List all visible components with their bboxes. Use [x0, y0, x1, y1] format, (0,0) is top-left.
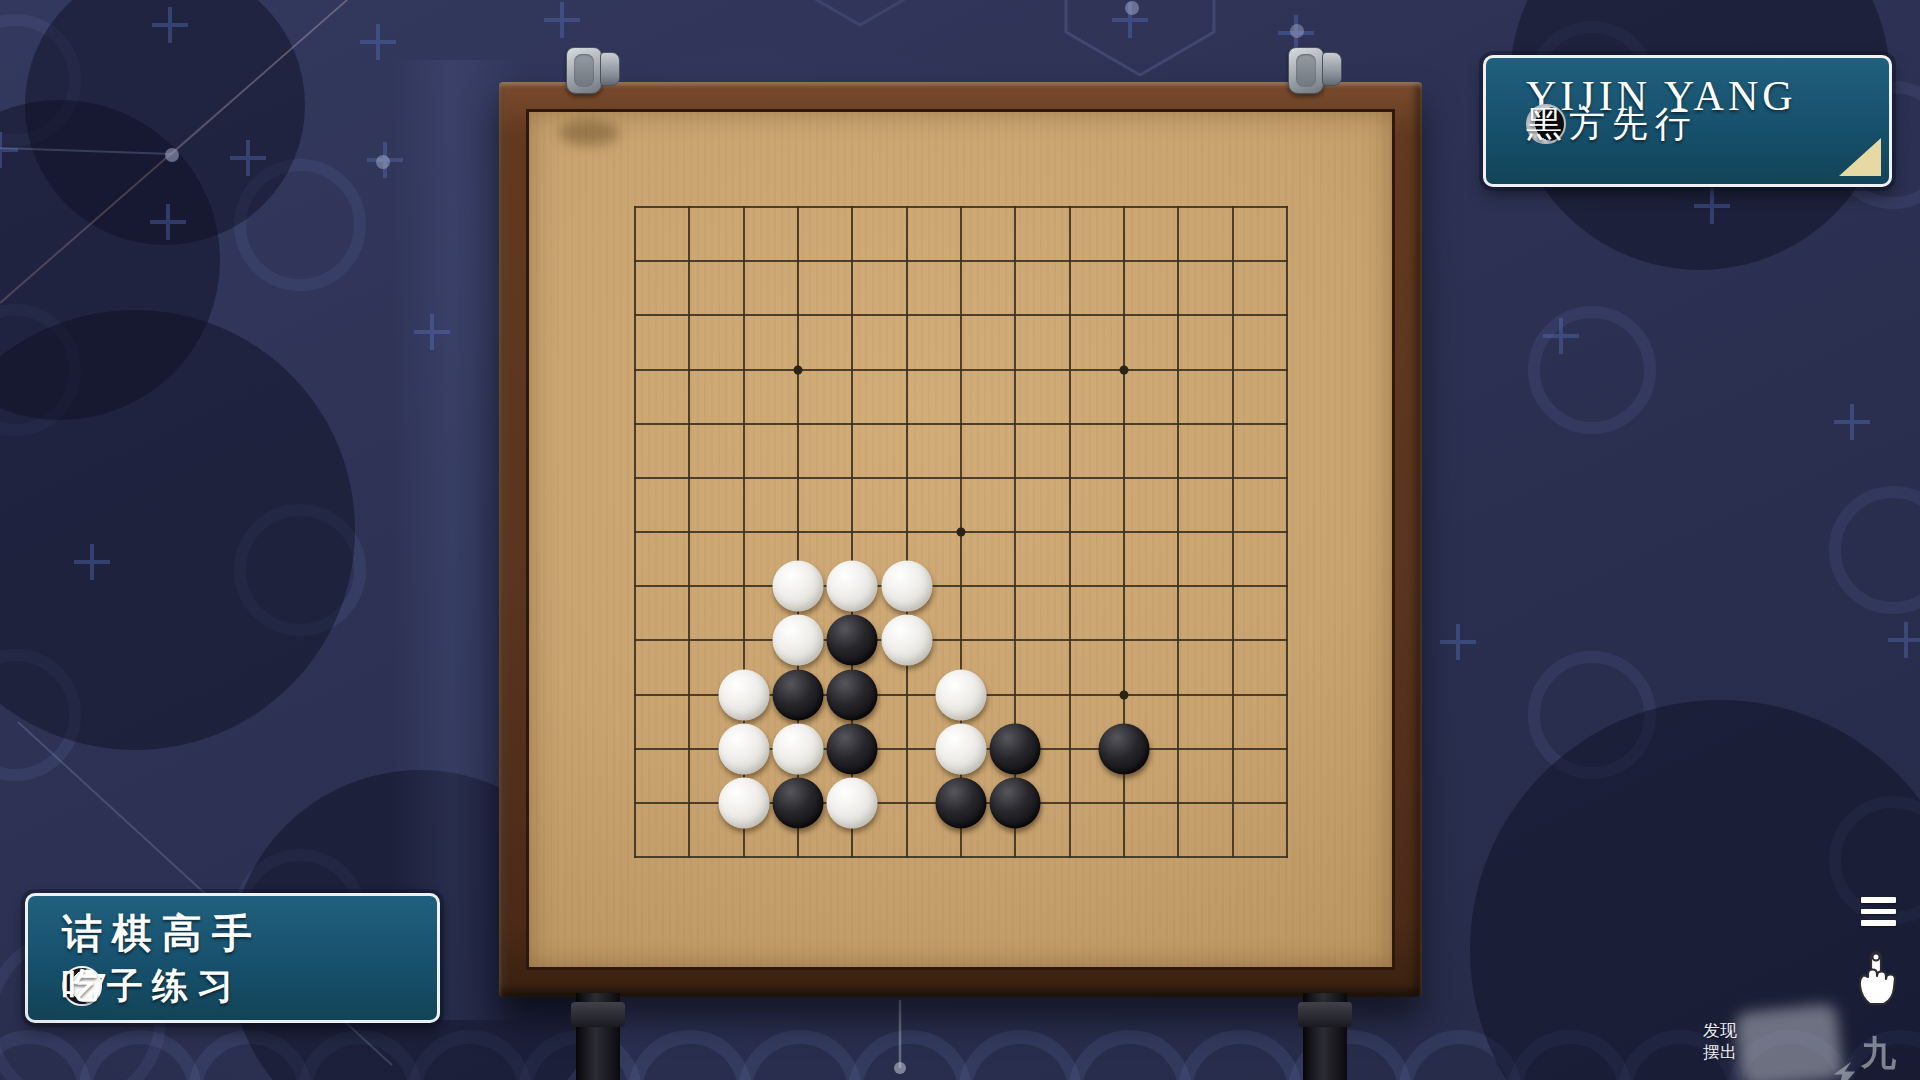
black-stone [773, 777, 824, 828]
grid-line [634, 585, 1288, 587]
black-stone [936, 777, 987, 828]
black-stone [990, 723, 1041, 774]
star-point [1120, 365, 1129, 374]
puzzle-info-panel: 诘棋高手 吃子练习 27 [25, 893, 440, 1023]
menu-button[interactable] [1861, 897, 1897, 926]
board-leg-right [1303, 993, 1347, 1080]
white-stone [881, 561, 932, 612]
blurred-hint-card [1734, 1003, 1843, 1080]
black-stone [827, 615, 878, 666]
board-clip-right [1288, 47, 1344, 94]
white-stone [773, 561, 824, 612]
player-turn-panel[interactable]: YIJIN YANG 黑方先行 [1483, 55, 1892, 187]
puzzle-mode-title: 诘棋高手 [62, 906, 437, 961]
white-stone [773, 615, 824, 666]
black-stone [827, 723, 878, 774]
watermark: 九游 [1832, 1030, 1920, 1080]
white-stone [718, 777, 769, 828]
go-board[interactable] [529, 112, 1392, 967]
game-screen: YIJIN YANG 黑方先行 诘棋高手 吃子练习 27 发现 摆出 [0, 0, 1920, 1080]
white-stone [881, 615, 932, 666]
turn-label: 黑方先行 [1526, 100, 1698, 149]
clip-shadow [559, 120, 619, 146]
star-point [1120, 690, 1129, 699]
go-board-frame [499, 82, 1422, 997]
white-stone [936, 669, 987, 720]
white-stone [936, 723, 987, 774]
go-grid [635, 207, 1287, 857]
black-stone [1099, 723, 1150, 774]
board-clip-left [566, 47, 622, 94]
white-stone [773, 723, 824, 774]
white-stone [718, 723, 769, 774]
black-stone [773, 669, 824, 720]
star-point [957, 528, 966, 537]
white-stone [827, 777, 878, 828]
grid-line [1286, 206, 1288, 858]
white-stone [718, 669, 769, 720]
puzzle-type-label: 吃子练习 [62, 962, 242, 1011]
black-stone [990, 777, 1041, 828]
grid-line [634, 856, 1288, 858]
panel-corner-triangle [1839, 138, 1881, 176]
star-point [794, 365, 803, 374]
hamburger-icon [1861, 897, 1896, 903]
white-stone [827, 561, 878, 612]
grid-line [1232, 206, 1234, 858]
board-leg-left [576, 993, 620, 1080]
watermark-text: 九游 [1861, 1030, 1920, 1080]
watermark-logo-icon [1832, 1058, 1856, 1080]
grid-line [634, 639, 1288, 641]
grid-line [1069, 206, 1071, 858]
black-stone [827, 669, 878, 720]
hint-text: 发现 摆出 [1703, 1020, 1737, 1064]
grid-line [1177, 206, 1179, 858]
